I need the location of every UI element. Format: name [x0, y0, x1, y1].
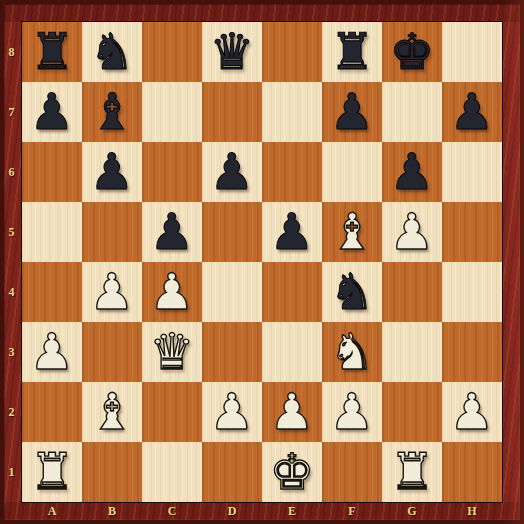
square-g6[interactable]: ♟	[382, 142, 442, 202]
square-a5[interactable]	[22, 202, 82, 262]
square-g1[interactable]: ♜	[382, 442, 442, 502]
square-g7[interactable]	[382, 82, 442, 142]
black-rook[interactable]: ♜	[322, 22, 382, 82]
white-pawn[interactable]: ♟	[262, 382, 322, 442]
square-d6[interactable]: ♟	[202, 142, 262, 202]
white-queen[interactable]: ♛	[142, 322, 202, 382]
chess-board: ♜♞♛♜♚♟♝♟♟♟♟♟♟♟♝♟♟♟♞♟♛♞♝♟♟♟♟♜♚♜	[21, 21, 503, 503]
square-d7[interactable]	[202, 82, 262, 142]
black-pawn[interactable]: ♟	[202, 142, 262, 202]
white-knight[interactable]: ♞	[322, 322, 382, 382]
white-king[interactable]: ♚	[262, 442, 322, 502]
white-pawn[interactable]: ♟	[322, 382, 382, 442]
square-b7[interactable]: ♝	[82, 82, 142, 142]
square-a4[interactable]	[22, 262, 82, 322]
square-e1[interactable]: ♚	[262, 442, 322, 502]
black-pawn[interactable]: ♟	[82, 142, 142, 202]
square-f6[interactable]	[322, 142, 382, 202]
square-c1[interactable]	[142, 442, 202, 502]
square-a1[interactable]: ♜	[22, 442, 82, 502]
square-h2[interactable]: ♟	[442, 382, 502, 442]
white-pawn[interactable]: ♟	[22, 322, 82, 382]
black-knight[interactable]: ♞	[322, 262, 382, 322]
square-e3[interactable]	[262, 322, 322, 382]
square-h1[interactable]	[442, 442, 502, 502]
square-h6[interactable]	[442, 142, 502, 202]
square-c4[interactable]: ♟	[142, 262, 202, 322]
white-pawn[interactable]: ♟	[142, 262, 202, 322]
square-d5[interactable]	[202, 202, 262, 262]
white-rook[interactable]: ♜	[22, 442, 82, 502]
square-e8[interactable]	[262, 22, 322, 82]
square-f5[interactable]: ♝	[322, 202, 382, 262]
square-e2[interactable]: ♟	[262, 382, 322, 442]
square-g3[interactable]	[382, 322, 442, 382]
chessboard-screenshot: ♜♞♛♜♚♟♝♟♟♟♟♟♟♟♝♟♟♟♞♟♛♞♝♟♟♟♟♜♚♜ 87654321A…	[0, 0, 524, 524]
square-f7[interactable]: ♟	[322, 82, 382, 142]
square-a3[interactable]: ♟	[22, 322, 82, 382]
square-a8[interactable]: ♜	[22, 22, 82, 82]
white-pawn[interactable]: ♟	[82, 262, 142, 322]
white-pawn[interactable]: ♟	[382, 202, 442, 262]
square-f4[interactable]: ♞	[322, 262, 382, 322]
square-c5[interactable]: ♟	[142, 202, 202, 262]
white-rook[interactable]: ♜	[382, 442, 442, 502]
square-h5[interactable]	[442, 202, 502, 262]
square-e6[interactable]	[262, 142, 322, 202]
white-pawn[interactable]: ♟	[202, 382, 262, 442]
black-rook[interactable]: ♜	[22, 22, 82, 82]
square-f2[interactable]: ♟	[322, 382, 382, 442]
square-d4[interactable]	[202, 262, 262, 322]
square-c7[interactable]	[142, 82, 202, 142]
square-f1[interactable]	[322, 442, 382, 502]
white-bishop[interactable]: ♝	[82, 382, 142, 442]
square-d3[interactable]	[202, 322, 262, 382]
square-e7[interactable]	[262, 82, 322, 142]
white-pawn[interactable]: ♟	[442, 382, 502, 442]
square-h8[interactable]	[442, 22, 502, 82]
black-king[interactable]: ♚	[382, 22, 442, 82]
square-g2[interactable]	[382, 382, 442, 442]
square-f8[interactable]: ♜	[322, 22, 382, 82]
square-b2[interactable]: ♝	[82, 382, 142, 442]
square-g4[interactable]	[382, 262, 442, 322]
square-a6[interactable]	[22, 142, 82, 202]
square-c8[interactable]	[142, 22, 202, 82]
square-b1[interactable]	[82, 442, 142, 502]
square-c3[interactable]: ♛	[142, 322, 202, 382]
square-b6[interactable]: ♟	[82, 142, 142, 202]
square-g8[interactable]: ♚	[382, 22, 442, 82]
square-b4[interactable]: ♟	[82, 262, 142, 322]
square-h4[interactable]	[442, 262, 502, 322]
black-queen[interactable]: ♛	[202, 22, 262, 82]
square-b5[interactable]	[82, 202, 142, 262]
white-bishop[interactable]: ♝	[322, 202, 382, 262]
square-d2[interactable]: ♟	[202, 382, 262, 442]
black-pawn[interactable]: ♟	[22, 82, 82, 142]
black-pawn[interactable]: ♟	[442, 82, 502, 142]
square-h7[interactable]: ♟	[442, 82, 502, 142]
square-a7[interactable]: ♟	[22, 82, 82, 142]
black-knight[interactable]: ♞	[82, 22, 142, 82]
black-pawn[interactable]: ♟	[262, 202, 322, 262]
square-c6[interactable]	[142, 142, 202, 202]
square-e5[interactable]: ♟	[262, 202, 322, 262]
square-d8[interactable]: ♛	[202, 22, 262, 82]
square-d1[interactable]	[202, 442, 262, 502]
square-h3[interactable]	[442, 322, 502, 382]
square-f3[interactable]: ♞	[322, 322, 382, 382]
square-e4[interactable]	[262, 262, 322, 322]
square-b3[interactable]	[82, 322, 142, 382]
black-pawn[interactable]: ♟	[322, 82, 382, 142]
black-bishop[interactable]: ♝	[82, 82, 142, 142]
square-a2[interactable]	[22, 382, 82, 442]
square-c2[interactable]	[142, 382, 202, 442]
square-g5[interactable]: ♟	[382, 202, 442, 262]
black-pawn[interactable]: ♟	[382, 142, 442, 202]
black-pawn[interactable]: ♟	[142, 202, 202, 262]
square-b8[interactable]: ♞	[82, 22, 142, 82]
